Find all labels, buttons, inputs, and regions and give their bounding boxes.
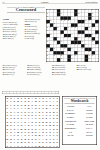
clue-number: 24 [64, 20, 65, 21]
clue-number: 85 [61, 55, 62, 56]
clue-number: 37 [71, 27, 72, 28]
clue-number: 8 [78, 10, 79, 11]
clue-number: 76 [82, 48, 83, 49]
clue-number: 83 [47, 55, 48, 56]
clue-number: 40 [92, 27, 93, 28]
clue-number: 81 [78, 51, 79, 52]
clue-number: 52 [47, 37, 48, 38]
clue-number: 48 [78, 34, 79, 35]
clue-number: 53 [57, 37, 58, 38]
clue-number: 12 [96, 10, 97, 11]
clue-number: 68 [75, 44, 76, 45]
clue-number: 50 [92, 34, 93, 35]
clue-number: 88 [89, 55, 90, 56]
clue-number: 39 [89, 27, 90, 28]
clue-number: 61 [61, 41, 62, 42]
clue-number: 36 [68, 27, 69, 28]
section-title: PUZZLES [41, 1, 48, 3]
clue-number: 62 [82, 41, 83, 42]
clue-item: 15Soft shine (5) [3, 38, 23, 40]
wordsearch-box: QUINCEBANANAKFXTLEMONDAMSONIITELDERBERRY… [5, 96, 60, 148]
crossword-grid[interactable]: 1234567891011121314151617181920212223242… [46, 9, 99, 62]
clue-number: 11 [92, 10, 93, 11]
clue-item: 28Gentle in effect (4) [77, 69, 99, 71]
word-list-left-column: APRICOTBANANABLUEBERRYCHERRYCLEMENTINEDA… [65, 105, 77, 138]
clue-number: 79 [50, 51, 51, 52]
clue-number: 22 [50, 20, 51, 21]
clue-number: 20 [75, 16, 76, 17]
clue-number: 3 [54, 10, 55, 11]
clue-number: 72 [47, 48, 48, 49]
clue-number: 75 [71, 48, 72, 49]
clue-number: 60 [54, 41, 55, 42]
clue-number: 33 [47, 27, 48, 28]
clue-number: 58 [89, 37, 90, 38]
answer-strip[interactable] [3, 92, 60, 95]
clue-number: 87 [75, 55, 76, 56]
crossword-title: Crossword [7, 8, 45, 12]
wordsearch-panel: FIND ALL THE FRUITS Wordsearch APRICOTBA… [62, 96, 97, 145]
clue-number: 13 [47, 13, 48, 14]
clue-number: 80 [64, 51, 65, 52]
crossword-cell[interactable] [95, 58, 98, 61]
clue-number: 15 [78, 13, 79, 14]
wordsearch-title: Wordsearch [64, 99, 95, 103]
clue-number: 82 [89, 51, 90, 52]
clue-number: 56 [78, 37, 79, 38]
word-list: APRICOTBANANABLUEBERRYCHERRYCLEMENTINEDA… [64, 105, 95, 138]
clue-number: 70 [85, 44, 86, 45]
clue-number: 57 [85, 37, 86, 38]
clue-number: 59 [47, 41, 48, 42]
clue-number: 29 [54, 23, 55, 24]
clue-number: 2 [50, 10, 51, 11]
clue-number: 41 [47, 30, 48, 31]
clue-number: 18 [57, 16, 58, 17]
clue-number: 46 [61, 34, 62, 35]
clue-item: 7Long for (4) [25, 37, 45, 39]
clue-number: 74 [64, 48, 65, 49]
clue-number: 73 [54, 48, 55, 49]
clue-number: 47 [71, 34, 72, 35]
clue-number: 30 [78, 23, 79, 24]
answer-strip-cell[interactable] [55, 92, 58, 94]
clue-number: 86 [71, 55, 72, 56]
clue-number: 44 [85, 30, 86, 31]
clue-number: 77 [92, 48, 93, 49]
clue-item: 24Weak and frail (5) [52, 73, 74, 75]
word-item: QUINCE [84, 134, 94, 138]
clue-number: 1 [47, 10, 48, 11]
newspaper-puzzles-page: 14 PUZZLES Weekend Edition DAILY QUICK P… [0, 0, 100, 150]
clue-number: 4 [61, 10, 62, 11]
clue-number: 9 [82, 10, 83, 11]
clue-number: 17 [47, 16, 48, 17]
clue-number: 38 [75, 27, 76, 28]
page-header: 14 PUZZLES Weekend Edition [3, 1, 98, 3]
clue-number: 51 [96, 34, 97, 35]
clue-number: 54 [64, 37, 65, 38]
clue-number: 64 [50, 44, 51, 45]
clue-number: 49 [82, 34, 83, 35]
clue-number: 35 [57, 27, 58, 28]
page-number: 14 [3, 1, 5, 3]
clue-number: 78 [47, 51, 48, 52]
clue-number: 65 [57, 44, 58, 45]
clue-number: 45 [50, 34, 51, 35]
clue-number: 66 [68, 44, 69, 45]
clue-number: 23 [61, 20, 62, 21]
wordsearch-cell[interactable]: P [55, 144, 59, 147]
clue-number: 16 [92, 13, 93, 14]
clue-number: 93 [89, 58, 90, 59]
clue-number: 63 [92, 41, 93, 42]
clue-number: 25 [68, 20, 69, 21]
wordsearch-grid[interactable]: QUINCEBANANAKFXTLEMONDAMSONIITELDERBERRY… [6, 97, 60, 148]
clue-number: 90 [47, 58, 48, 59]
clue-number: 21 [92, 16, 93, 17]
clue-number: 91 [61, 58, 62, 59]
clue-item: 14Not definite (5) [27, 73, 49, 75]
word-list-right-column: KIWILEMONLYCHEEMANGONECTARINEORANGEPAPAY… [84, 105, 94, 138]
word-item: GRAPE [65, 134, 77, 138]
clue-item: 29Wander off (3) [3, 73, 25, 75]
clue-number: 71 [96, 44, 97, 45]
clue-number: 43 [64, 30, 65, 31]
clue-number: 27 [89, 20, 90, 21]
clue-number: 26 [85, 20, 86, 21]
clue-number: 69 [78, 44, 79, 45]
clue-number: 19 [71, 16, 72, 17]
clue-number: 67 [71, 44, 72, 45]
edition-label: Weekend Edition [85, 1, 97, 3]
crossword-clues-top: Across1Severe and strict (5)4State of co… [3, 19, 45, 64]
clue-number: 14 [61, 13, 62, 14]
clue-number: 28 [47, 23, 48, 24]
crossword-title-block: DAILY QUICK PUZZLE Crossword [7, 6, 45, 13]
clue-number: 7 [71, 10, 72, 11]
clue-number: 6 [68, 10, 69, 11]
clue-number: 84 [54, 55, 55, 56]
clue-number: 92 [71, 58, 72, 59]
clue-number: 89 [92, 55, 93, 56]
clue-number: 5 [64, 10, 65, 11]
clue-number: 32 [96, 23, 97, 24]
clue-number: 42 [54, 30, 55, 31]
clue-number: 10 [85, 10, 86, 11]
crossword-clues-bottom: 21Extremely tired (5)23Copy closely (3)2… [3, 64, 99, 90]
clue-number: 34 [50, 27, 51, 28]
clue-number: 55 [68, 37, 69, 38]
clue-number: 31 [82, 23, 83, 24]
